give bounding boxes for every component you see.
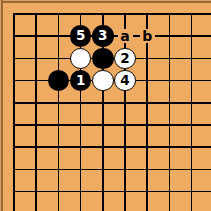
black-stone-move-5: 5 bbox=[70, 25, 92, 47]
point-label-b: b bbox=[140, 29, 155, 43]
move-number: 2 bbox=[120, 52, 129, 66]
grid-line-vertical bbox=[191, 13, 193, 211]
black-stone-move-3: 3 bbox=[92, 25, 114, 47]
board-edge-bevel-top bbox=[0, 0, 211, 3]
white-stone bbox=[70, 48, 92, 70]
grid-line-horizontal bbox=[13, 102, 211, 104]
white-stone-move-4: 4 bbox=[114, 70, 136, 92]
board-edge-bevel-left bbox=[0, 0, 3, 211]
grid-line-vertical bbox=[169, 13, 171, 211]
board-edge-line-horizontal bbox=[13, 13, 211, 15]
move-number: 3 bbox=[98, 29, 107, 43]
grid-line-horizontal bbox=[13, 146, 211, 148]
grid-line-vertical bbox=[35, 13, 37, 211]
point-label-a: a bbox=[118, 29, 133, 43]
grid-line-horizontal bbox=[13, 124, 211, 126]
grid-line-horizontal bbox=[13, 169, 211, 171]
white-stone bbox=[92, 70, 114, 92]
grid-line-horizontal bbox=[13, 191, 211, 193]
board-edge-line-vertical bbox=[13, 13, 15, 211]
move-number: 5 bbox=[76, 29, 85, 43]
black-stone bbox=[92, 48, 114, 70]
white-stone-move-2: 2 bbox=[114, 48, 136, 70]
move-number: 1 bbox=[76, 74, 85, 88]
move-number: 4 bbox=[120, 74, 129, 88]
go-board: 53214ab bbox=[0, 0, 211, 211]
black-stone-move-1: 1 bbox=[70, 70, 92, 92]
grid-line-vertical bbox=[58, 13, 60, 211]
black-stone bbox=[48, 70, 70, 92]
